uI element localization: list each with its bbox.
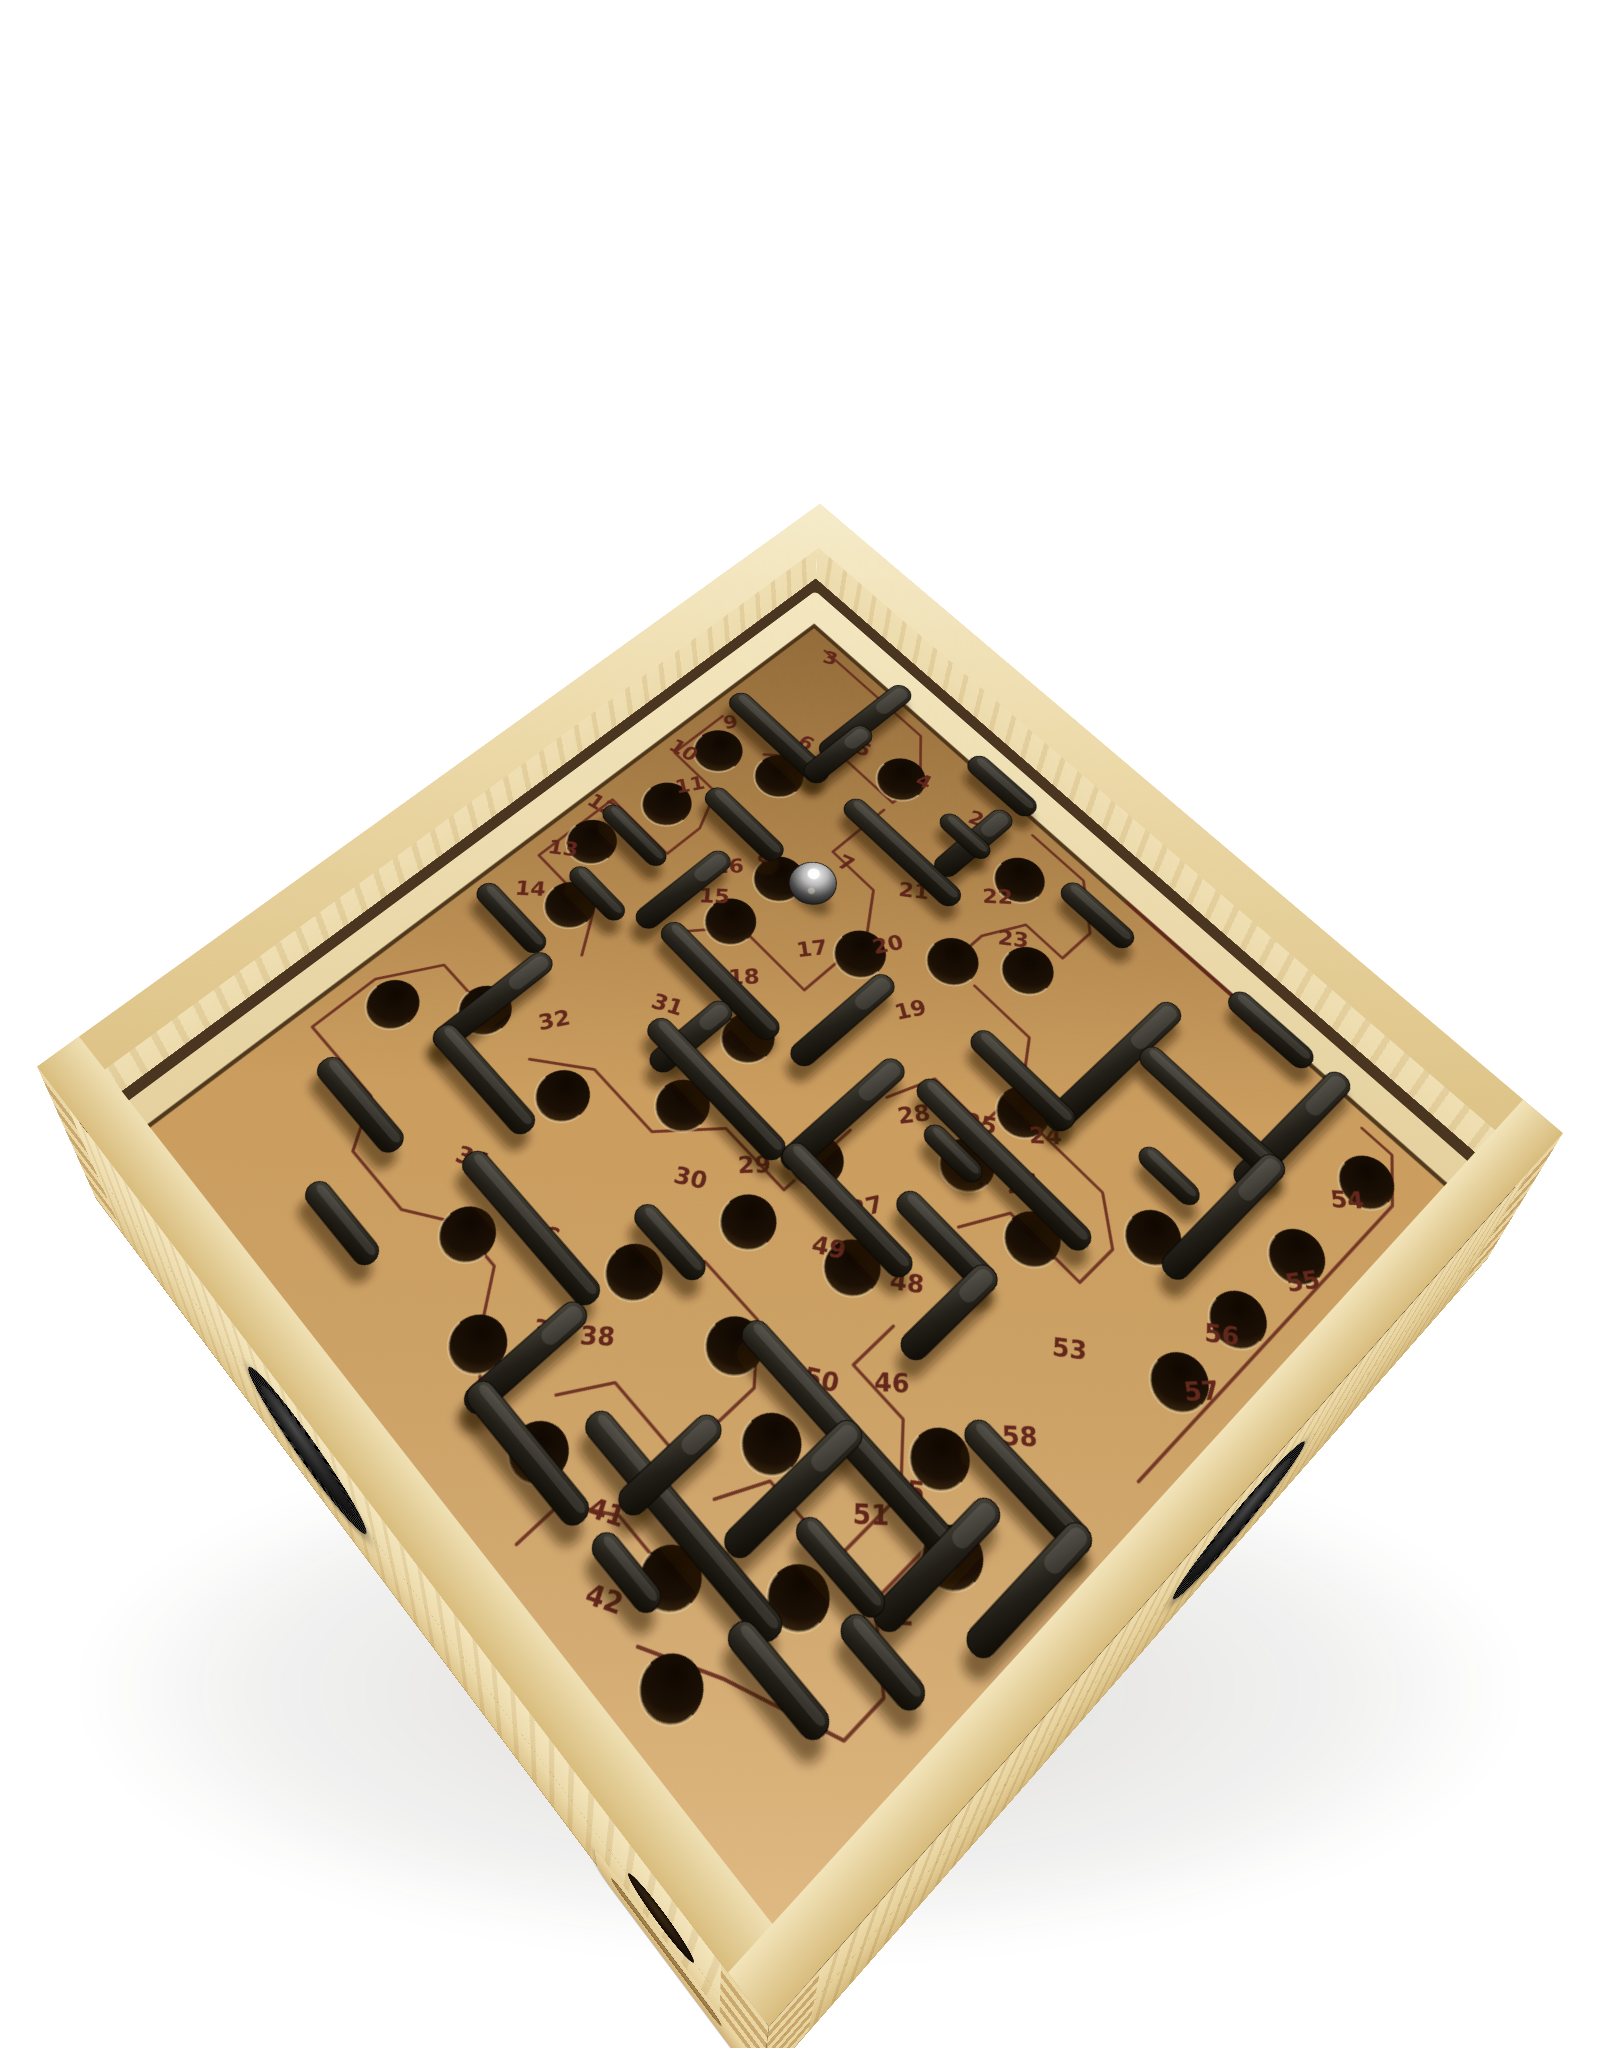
svg-text:22: 22 xyxy=(982,885,1013,909)
svg-text:1: 1 xyxy=(1073,889,1098,915)
svg-text:56: 56 xyxy=(1204,1318,1239,1351)
svg-text:7: 7 xyxy=(834,850,859,876)
svg-text:13: 13 xyxy=(546,836,580,861)
svg-text:58: 58 xyxy=(1001,1420,1038,1452)
hole-numbers: 3422223156721910118161517201912131418312… xyxy=(179,621,1440,1874)
svg-text:10: 10 xyxy=(665,735,703,766)
svg-text:16: 16 xyxy=(713,855,744,878)
svg-text:50: 50 xyxy=(801,1361,841,1398)
svg-text:24: 24 xyxy=(1029,1122,1063,1149)
svg-text:8: 8 xyxy=(755,844,773,867)
box-rim-back-right xyxy=(791,504,1563,1165)
svg-text:12: 12 xyxy=(583,789,622,821)
svg-text:48: 48 xyxy=(889,1266,926,1299)
box-rim-back-left xyxy=(37,504,847,1101)
svg-text:37: 37 xyxy=(529,1313,571,1349)
svg-text:32: 32 xyxy=(536,1005,572,1035)
box-front-right-wall xyxy=(762,1133,1563,2048)
product-photo: 3422223156721910118161517201912131418312… xyxy=(0,0,1600,2048)
svg-text:5: 5 xyxy=(852,737,876,761)
labyrinth-box: 3422223156721910118161517201912131418312… xyxy=(37,504,1563,2027)
svg-text:38: 38 xyxy=(579,1321,617,1352)
svg-text:42: 42 xyxy=(581,1577,627,1621)
svg-text:53: 53 xyxy=(1051,1332,1087,1366)
finish-arrow xyxy=(1122,898,1258,1019)
svg-text:3: 3 xyxy=(820,647,840,669)
svg-text:54: 54 xyxy=(1329,1186,1366,1214)
svg-text:27: 27 xyxy=(846,1190,885,1224)
svg-text:46: 46 xyxy=(874,1367,909,1398)
svg-text:21: 21 xyxy=(898,878,931,904)
svg-text:29: 29 xyxy=(737,1151,771,1179)
svg-text:55: 55 xyxy=(1282,1265,1323,1297)
svg-text:20: 20 xyxy=(870,930,906,959)
svg-text:51: 51 xyxy=(852,1498,889,1532)
maze-walls xyxy=(211,622,1445,1843)
svg-text:49: 49 xyxy=(809,1230,848,1264)
svg-text:17: 17 xyxy=(795,935,830,962)
svg-text:57: 57 xyxy=(1182,1375,1222,1407)
svg-text:28: 28 xyxy=(895,1100,932,1129)
scene: 3422223156721910118161517201912131418312… xyxy=(0,0,1600,2048)
svg-text:15: 15 xyxy=(698,884,730,908)
svg-text:18: 18 xyxy=(728,965,760,990)
svg-text:9: 9 xyxy=(721,711,740,733)
svg-text:36: 36 xyxy=(521,1213,564,1251)
svg-text:41: 41 xyxy=(584,1491,629,1533)
svg-text:47: 47 xyxy=(651,1446,691,1482)
svg-text:26: 26 xyxy=(1003,1169,1041,1200)
svg-text:60: 60 xyxy=(1244,1012,1285,1049)
svg-text:11: 11 xyxy=(673,772,707,798)
svg-text:2: 2 xyxy=(965,806,987,831)
steel-ball[interactable] xyxy=(778,854,854,922)
svg-text:4: 4 xyxy=(912,769,936,793)
svg-text:23: 23 xyxy=(997,926,1029,953)
svg-text:19: 19 xyxy=(892,995,929,1025)
svg-text:34: 34 xyxy=(452,1141,493,1176)
svg-text:45: 45 xyxy=(887,1472,926,1508)
svg-text:6: 6 xyxy=(794,731,819,755)
svg-text:14: 14 xyxy=(514,877,547,901)
svg-text:52: 52 xyxy=(876,1597,914,1632)
box-rim-front-right xyxy=(728,1100,1563,2027)
box-rim-front-left xyxy=(37,1037,813,2027)
svg-text:25: 25 xyxy=(962,1108,999,1140)
svg-text:30: 30 xyxy=(671,1161,710,1194)
svg-text:31: 31 xyxy=(648,989,687,1021)
box-front-left-wall xyxy=(37,1067,769,2048)
